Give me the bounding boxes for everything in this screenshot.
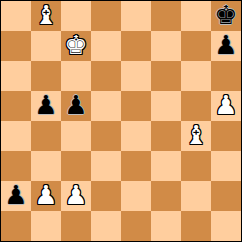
square-f7[interactable] (151, 31, 181, 61)
square-b6[interactable] (31, 61, 61, 91)
white-pawn-h5[interactable]: ♟ (214, 92, 237, 118)
square-d2[interactable] (91, 181, 121, 211)
square-e3[interactable] (121, 151, 151, 181)
square-h3[interactable] (211, 151, 241, 181)
square-b1[interactable] (31, 211, 61, 241)
square-e6[interactable] (121, 61, 151, 91)
square-a1[interactable] (1, 211, 31, 241)
square-c8[interactable] (61, 1, 91, 31)
square-g2[interactable] (181, 181, 211, 211)
square-e2[interactable] (121, 181, 151, 211)
square-e5[interactable] (121, 91, 151, 121)
square-h4[interactable] (211, 121, 241, 151)
square-e7[interactable] (121, 31, 151, 61)
square-a7[interactable] (1, 31, 31, 61)
square-d4[interactable] (91, 121, 121, 151)
white-pawn-b2[interactable]: ♟ (34, 182, 57, 208)
square-f4[interactable] (151, 121, 181, 151)
square-d5[interactable] (91, 91, 121, 121)
square-h1[interactable] (211, 211, 241, 241)
square-f2[interactable] (151, 181, 181, 211)
square-b8[interactable]: ♝ (31, 1, 61, 31)
black-king-h8[interactable]: ♚ (214, 2, 237, 28)
white-bishop-b8[interactable]: ♝ (34, 2, 57, 28)
square-f5[interactable] (151, 91, 181, 121)
square-a4[interactable] (1, 121, 31, 151)
square-a2[interactable]: ♟ (1, 181, 31, 211)
square-b4[interactable] (31, 121, 61, 151)
square-c6[interactable] (61, 61, 91, 91)
square-f6[interactable] (151, 61, 181, 91)
square-a3[interactable] (1, 151, 31, 181)
square-g5[interactable] (181, 91, 211, 121)
square-c2[interactable]: ♟ (61, 181, 91, 211)
white-bishop-g4[interactable]: ♝ (184, 122, 207, 148)
square-a6[interactable] (1, 61, 31, 91)
square-f3[interactable] (151, 151, 181, 181)
square-c3[interactable] (61, 151, 91, 181)
square-c1[interactable] (61, 211, 91, 241)
square-a8[interactable] (1, 1, 31, 31)
square-h5[interactable]: ♟ (211, 91, 241, 121)
black-pawn-c5[interactable]: ♟ (64, 92, 87, 118)
square-d3[interactable] (91, 151, 121, 181)
square-d8[interactable] (91, 1, 121, 31)
square-d6[interactable] (91, 61, 121, 91)
square-a5[interactable] (1, 91, 31, 121)
square-h6[interactable] (211, 61, 241, 91)
square-h2[interactable] (211, 181, 241, 211)
square-g4[interactable]: ♝ (181, 121, 211, 151)
square-f8[interactable] (151, 1, 181, 31)
square-b2[interactable]: ♟ (31, 181, 61, 211)
square-g3[interactable] (181, 151, 211, 181)
square-g7[interactable] (181, 31, 211, 61)
square-f1[interactable] (151, 211, 181, 241)
square-g6[interactable] (181, 61, 211, 91)
square-e8[interactable] (121, 1, 151, 31)
chess-board: ♝♚♚♟♟♟♟♝♟♟♟ (0, 0, 242, 242)
square-h7[interactable]: ♟ (211, 31, 241, 61)
black-pawn-a2[interactable]: ♟ (4, 182, 27, 208)
square-h8[interactable]: ♚ (211, 1, 241, 31)
square-d1[interactable] (91, 211, 121, 241)
square-d7[interactable] (91, 31, 121, 61)
square-c4[interactable] (61, 121, 91, 151)
black-pawn-b5[interactable]: ♟ (34, 92, 57, 118)
square-c7[interactable]: ♚ (61, 31, 91, 61)
black-pawn-h7[interactable]: ♟ (214, 32, 237, 58)
square-b3[interactable] (31, 151, 61, 181)
square-e1[interactable] (121, 211, 151, 241)
white-king-c7[interactable]: ♚ (64, 32, 87, 58)
square-e4[interactable] (121, 121, 151, 151)
square-c5[interactable]: ♟ (61, 91, 91, 121)
square-g1[interactable] (181, 211, 211, 241)
square-b7[interactable] (31, 31, 61, 61)
square-b5[interactable]: ♟ (31, 91, 61, 121)
square-g8[interactable] (181, 1, 211, 31)
white-pawn-c2[interactable]: ♟ (64, 182, 87, 208)
